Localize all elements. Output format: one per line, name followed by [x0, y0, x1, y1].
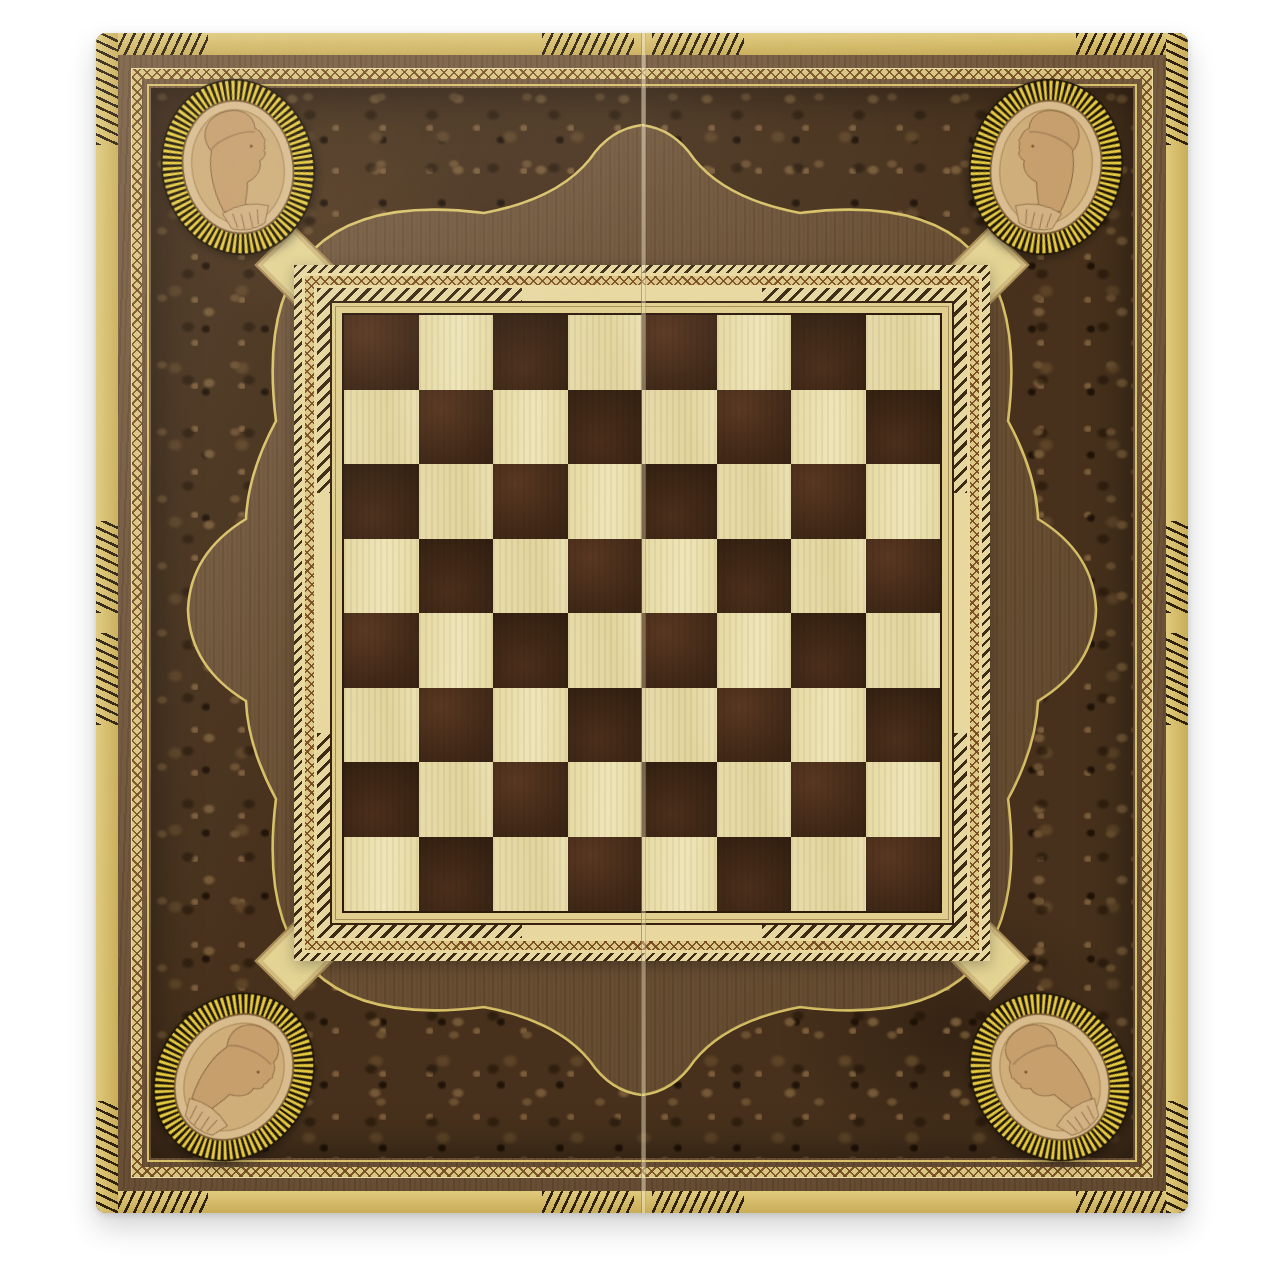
square-f1[interactable]	[717, 837, 792, 912]
square-h8[interactable]	[866, 315, 941, 390]
square-a7[interactable]	[344, 390, 419, 465]
square-e1[interactable]	[642, 837, 717, 912]
square-d5[interactable]	[568, 539, 643, 614]
square-f8[interactable]	[717, 315, 792, 390]
square-b8[interactable]	[419, 315, 494, 390]
square-b2[interactable]	[419, 762, 494, 837]
square-e3[interactable]	[642, 688, 717, 763]
square-b3[interactable]	[419, 688, 494, 763]
square-a3[interactable]	[344, 688, 419, 763]
square-f5[interactable]	[717, 539, 792, 614]
square-e4[interactable]	[642, 613, 717, 688]
square-a5[interactable]	[344, 539, 419, 614]
square-d7[interactable]	[568, 390, 643, 465]
square-d6[interactable]	[568, 464, 643, 539]
square-b5[interactable]	[419, 539, 494, 614]
square-g4[interactable]	[791, 613, 866, 688]
square-e2[interactable]	[642, 762, 717, 837]
square-c3[interactable]	[493, 688, 568, 763]
square-c5[interactable]	[493, 539, 568, 614]
square-h3[interactable]	[866, 688, 941, 763]
square-f7[interactable]	[717, 390, 792, 465]
square-g1[interactable]	[791, 837, 866, 912]
square-c2[interactable]	[493, 762, 568, 837]
square-b7[interactable]	[419, 390, 494, 465]
square-f4[interactable]	[717, 613, 792, 688]
square-e6[interactable]	[642, 464, 717, 539]
square-f3[interactable]	[717, 688, 792, 763]
square-a6[interactable]	[344, 464, 419, 539]
square-g8[interactable]	[791, 315, 866, 390]
square-c7[interactable]	[493, 390, 568, 465]
square-h1[interactable]	[866, 837, 941, 912]
product-photo-stage	[0, 0, 1280, 1280]
square-g7[interactable]	[791, 390, 866, 465]
square-g5[interactable]	[791, 539, 866, 614]
square-d8[interactable]	[568, 315, 643, 390]
square-h7[interactable]	[866, 390, 941, 465]
square-d4[interactable]	[568, 613, 643, 688]
square-a4[interactable]	[344, 613, 419, 688]
square-h2[interactable]	[866, 762, 941, 837]
square-d2[interactable]	[568, 762, 643, 837]
cameo-medallion-top-left	[137, 54, 339, 280]
square-h6[interactable]	[866, 464, 941, 539]
square-c1[interactable]	[493, 837, 568, 912]
square-b6[interactable]	[419, 464, 494, 539]
square-f6[interactable]	[717, 464, 792, 539]
square-g6[interactable]	[791, 464, 866, 539]
square-b1[interactable]	[419, 837, 494, 912]
square-h5[interactable]	[866, 539, 941, 614]
square-e5[interactable]	[642, 539, 717, 614]
square-c4[interactable]	[493, 613, 568, 688]
square-e7[interactable]	[642, 390, 717, 465]
square-a1[interactable]	[344, 837, 419, 912]
square-g2[interactable]	[791, 762, 866, 837]
square-b4[interactable]	[419, 613, 494, 688]
square-c8[interactable]	[493, 315, 568, 390]
square-f2[interactable]	[717, 762, 792, 837]
cameo-medallion-top-right	[945, 54, 1147, 280]
square-h4[interactable]	[866, 613, 941, 688]
square-g3[interactable]	[791, 688, 866, 763]
chessboard-box	[96, 33, 1188, 1213]
square-a2[interactable]	[344, 762, 419, 837]
square-e8[interactable]	[642, 315, 717, 390]
square-c6[interactable]	[493, 464, 568, 539]
square-d3[interactable]	[568, 688, 643, 763]
fold-hinge-seam	[641, 33, 646, 1213]
square-d1[interactable]	[568, 837, 643, 912]
square-a8[interactable]	[344, 315, 419, 390]
